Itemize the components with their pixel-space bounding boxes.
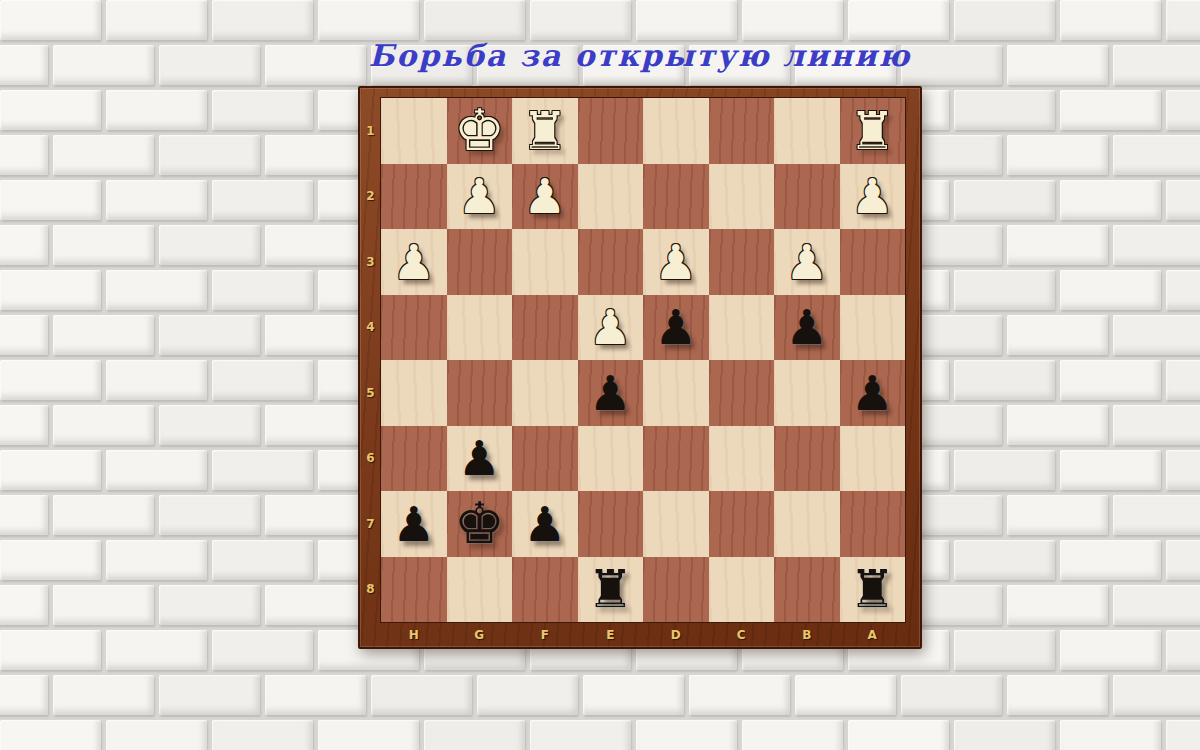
square-f8 [512,557,578,623]
square-h2 [381,164,447,230]
brick [901,675,1002,715]
square-h8 [381,557,447,623]
brick [1113,45,1200,85]
brick [106,450,207,490]
brick [212,540,313,580]
square-h5 [381,360,447,426]
white-pawn-e4: ♟ [589,303,632,351]
brick [159,315,260,355]
brick [1060,90,1161,130]
brick [1113,135,1200,175]
square-a2: ♟ [840,164,906,230]
page-title: Борьба за открытую линию [358,38,922,73]
brick [53,675,154,715]
brick [1060,360,1161,400]
brick [0,720,101,750]
brick [1007,315,1108,355]
file-label-g: G [447,622,513,647]
brick [1166,630,1200,670]
rank-label-5: 5 [360,360,381,426]
brick [583,675,684,715]
brick [106,360,207,400]
brick [212,90,313,130]
brick [1113,675,1200,715]
brick [371,675,472,715]
square-b2 [774,164,840,230]
brick [1113,585,1200,625]
brick [954,90,1055,130]
file-label-e: E [578,622,644,647]
brick [1060,720,1161,750]
brick [1166,450,1200,490]
brick [1007,225,1108,265]
square-c6 [709,426,775,492]
square-e2 [578,164,644,230]
square-d6 [643,426,709,492]
black-pawn-e5: ♟ [589,369,632,417]
brick [1166,270,1200,310]
brick [0,180,101,220]
brick [424,720,525,750]
brick [848,0,949,40]
square-b5 [774,360,840,426]
brick [0,450,101,490]
brick [0,135,48,175]
black-pawn-g6: ♟ [458,434,501,482]
brick [0,540,101,580]
square-a5: ♟ [840,360,906,426]
brick [1007,495,1108,535]
square-b6 [774,426,840,492]
brick [1007,45,1108,85]
brick [106,180,207,220]
white-pawn-h3: ♟ [392,238,435,286]
brick [53,45,154,85]
white-rook-f1: ♜ [521,105,568,157]
brick [0,0,101,40]
brick [265,315,366,355]
black-rook-e8: ♜ [587,563,634,615]
brick [212,180,313,220]
brick [212,360,313,400]
file-labels: HGFEDCBA [381,622,905,647]
brick [265,585,366,625]
brick [53,225,154,265]
brick [265,405,366,445]
brick [424,0,525,40]
square-e3 [578,229,644,295]
brick [106,90,207,130]
brick [159,675,260,715]
white-pawn-d3: ♟ [654,238,697,286]
brick [742,0,843,40]
square-g2: ♟ [447,164,513,230]
square-a4 [840,295,906,361]
square-c7 [709,491,775,557]
brick [689,675,790,715]
brick [159,135,260,175]
brick [0,675,48,715]
square-b8 [774,557,840,623]
rank-label-6: 6 [360,426,381,492]
brick [0,405,48,445]
brick [1060,270,1161,310]
brick [530,720,631,750]
brick-row [0,0,1200,40]
brick [1166,720,1200,750]
square-f1: ♜ [512,98,578,164]
brick [477,675,578,715]
square-h3: ♟ [381,229,447,295]
square-d8 [643,557,709,623]
brick [53,405,154,445]
rank-label-4: 4 [360,295,381,361]
square-a1: ♜ [840,98,906,164]
square-a7 [840,491,906,557]
white-pawn-a2: ♟ [851,172,894,220]
brick [53,315,154,355]
square-d3: ♟ [643,229,709,295]
brick [1113,405,1200,445]
brick [0,225,48,265]
brick [954,630,1055,670]
square-f5 [512,360,578,426]
square-d5 [643,360,709,426]
square-b7 [774,491,840,557]
rank-label-3: 3 [360,229,381,295]
square-g5 [447,360,513,426]
brick [106,540,207,580]
brick [53,495,154,535]
square-f7: ♟ [512,491,578,557]
brick [954,0,1055,40]
brick [106,720,207,750]
brick [212,0,313,40]
brick [0,45,48,85]
brick [954,540,1055,580]
brick [265,45,366,85]
brick [159,495,260,535]
brick [159,45,260,85]
square-c2 [709,164,775,230]
square-b4: ♟ [774,295,840,361]
brick [1007,585,1108,625]
brick [159,405,260,445]
brick [212,270,313,310]
brick [159,225,260,265]
brick [0,90,101,130]
square-e5: ♟ [578,360,644,426]
brick [1113,315,1200,355]
brick [954,360,1055,400]
brick-row [0,720,1200,750]
white-pawn-g2: ♟ [458,172,501,220]
square-e6 [578,426,644,492]
square-g4 [447,295,513,361]
brick [265,495,366,535]
square-h7: ♟ [381,491,447,557]
black-pawn-b4: ♟ [785,303,828,351]
square-e7 [578,491,644,557]
brick [1060,180,1161,220]
brick [1007,675,1108,715]
square-b1 [774,98,840,164]
square-g3 [447,229,513,295]
board-frame: 12345678 ♚♜♜♟♟♟♟♟♟♟♟♟♟♟♟♟♚♟♜♜ HGFEDCBA [360,88,920,647]
square-a6 [840,426,906,492]
brick [795,675,896,715]
square-f2: ♟ [512,164,578,230]
black-pawn-a5: ♟ [851,369,894,417]
black-king-g7: ♚ [454,495,505,552]
brick [1060,630,1161,670]
brick [106,270,207,310]
brick [318,0,419,40]
square-c8 [709,557,775,623]
brick [1060,0,1161,40]
brick [159,585,260,625]
rank-label-7: 7 [360,491,381,557]
brick [0,315,48,355]
brick [1060,450,1161,490]
rank-label-2: 2 [360,164,381,230]
square-h6 [381,426,447,492]
file-label-b: B [774,622,840,647]
black-pawn-d4: ♟ [654,303,697,351]
brick [0,495,48,535]
square-g8 [447,557,513,623]
brick [954,270,1055,310]
file-label-d: D [643,622,709,647]
brick-row [0,675,1200,715]
square-h1 [381,98,447,164]
brick [1007,405,1108,445]
square-d7 [643,491,709,557]
brick [0,360,101,400]
brick [1113,225,1200,265]
square-a8: ♜ [840,557,906,623]
brick [212,720,313,750]
white-rook-a1: ♜ [849,105,896,157]
square-f4 [512,295,578,361]
file-label-h: H [381,622,447,647]
brick [1166,0,1200,40]
brick [265,135,366,175]
rank-label-8: 8 [360,557,381,623]
white-pawn-b3: ♟ [785,238,828,286]
brick [636,0,737,40]
brick [1166,540,1200,580]
brick [265,225,366,265]
square-h4 [381,295,447,361]
brick [1060,540,1161,580]
board-squares: ♚♜♜♟♟♟♟♟♟♟♟♟♟♟♟♟♚♟♜♜ [381,98,905,622]
square-d1 [643,98,709,164]
brick [53,135,154,175]
square-c5 [709,360,775,426]
brick [1007,135,1108,175]
square-e8: ♜ [578,557,644,623]
file-label-c: C [709,622,775,647]
square-g1: ♚ [447,98,513,164]
brick [954,720,1055,750]
file-label-f: F [512,622,578,647]
white-king-g1: ♚ [454,102,505,159]
square-g7: ♚ [447,491,513,557]
square-a3 [840,229,906,295]
square-b3: ♟ [774,229,840,295]
white-pawn-f2: ♟ [523,172,566,220]
square-e1 [578,98,644,164]
brick [0,270,101,310]
brick [53,585,154,625]
rank-labels: 12345678 [360,98,381,622]
brick [742,720,843,750]
brick [212,450,313,490]
square-f3 [512,229,578,295]
square-c1 [709,98,775,164]
brick [1166,360,1200,400]
brick [212,630,313,670]
brick [318,720,419,750]
square-f6 [512,426,578,492]
brick [0,585,48,625]
brick [1166,180,1200,220]
brick [848,720,949,750]
black-pawn-h7: ♟ [392,500,435,548]
brick [106,0,207,40]
rank-label-1: 1 [360,98,381,164]
brick [954,180,1055,220]
brick [530,0,631,40]
square-d2 [643,164,709,230]
brick [954,450,1055,490]
square-e4: ♟ [578,295,644,361]
brick [636,720,737,750]
black-pawn-f7: ♟ [523,500,566,548]
square-d4: ♟ [643,295,709,361]
brick [265,675,366,715]
chess-board: 12345678 ♚♜♜♟♟♟♟♟♟♟♟♟♟♟♟♟♚♟♜♜ HGFEDCBA [358,86,922,649]
square-c4 [709,295,775,361]
file-label-a: A [840,622,906,647]
brick [1166,90,1200,130]
brick [106,630,207,670]
brick [0,630,101,670]
brick [1113,495,1200,535]
square-g6: ♟ [447,426,513,492]
black-rook-a8: ♜ [849,563,896,615]
square-c3 [709,229,775,295]
